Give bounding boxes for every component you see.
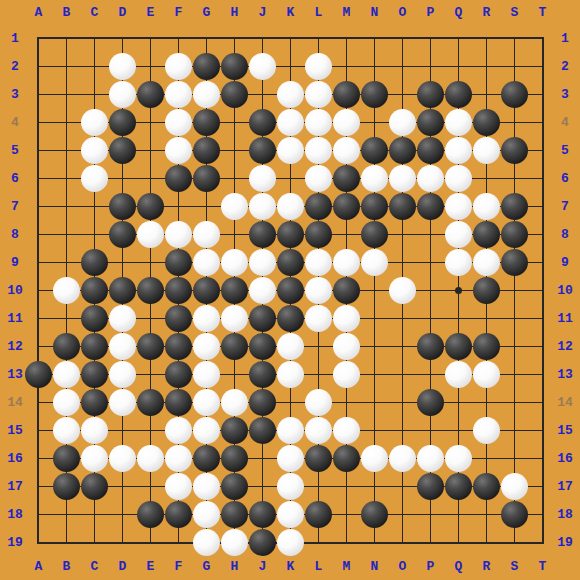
stone-black-D10 bbox=[109, 277, 136, 304]
column-label-top: E bbox=[138, 5, 164, 21]
row-label-right: 10 bbox=[552, 283, 578, 299]
stone-black-F11 bbox=[165, 305, 192, 332]
stone-black-H3 bbox=[221, 81, 248, 108]
row-label-right: 1 bbox=[552, 31, 578, 47]
row-label-right: 18 bbox=[552, 507, 578, 523]
stone-black-H15 bbox=[221, 417, 248, 444]
column-label-bottom: A bbox=[26, 559, 52, 575]
column-label-bottom: R bbox=[474, 559, 500, 575]
stone-white-E16 bbox=[137, 445, 164, 472]
stone-black-B16 bbox=[53, 445, 80, 472]
stone-white-Q5 bbox=[445, 137, 472, 164]
stone-black-F9 bbox=[165, 249, 192, 276]
row-label-left: 15 bbox=[2, 423, 28, 439]
stone-white-L2 bbox=[305, 53, 332, 80]
column-label-bottom: J bbox=[250, 559, 276, 575]
column-label-bottom: F bbox=[166, 559, 192, 575]
column-label-bottom: D bbox=[110, 559, 136, 575]
column-label-top: A bbox=[26, 5, 52, 21]
stone-white-C16 bbox=[81, 445, 108, 472]
row-label-left: 6 bbox=[2, 171, 28, 187]
stone-black-C13 bbox=[81, 361, 108, 388]
stone-white-D2 bbox=[109, 53, 136, 80]
stone-black-O5 bbox=[389, 137, 416, 164]
stone-white-D12 bbox=[109, 333, 136, 360]
stone-black-J4 bbox=[249, 109, 276, 136]
stone-black-J8 bbox=[249, 221, 276, 248]
stone-white-O4 bbox=[389, 109, 416, 136]
stone-white-J6 bbox=[249, 165, 276, 192]
stone-white-H14 bbox=[221, 389, 248, 416]
stone-white-K3 bbox=[277, 81, 304, 108]
stone-black-H18 bbox=[221, 501, 248, 528]
stone-white-J7 bbox=[249, 193, 276, 220]
stone-black-S18 bbox=[501, 501, 528, 528]
stone-white-Q16 bbox=[445, 445, 472, 472]
row-label-right: 13 bbox=[552, 367, 578, 383]
stone-white-R13 bbox=[473, 361, 500, 388]
stone-black-C11 bbox=[81, 305, 108, 332]
stone-black-J13 bbox=[249, 361, 276, 388]
column-label-bottom: Q bbox=[446, 559, 472, 575]
row-label-right: 8 bbox=[552, 227, 578, 243]
stone-black-J5 bbox=[249, 137, 276, 164]
stone-white-F15 bbox=[165, 417, 192, 444]
stone-black-B12 bbox=[53, 333, 80, 360]
stone-white-H11 bbox=[221, 305, 248, 332]
row-label-right: 4 bbox=[552, 115, 578, 131]
stone-black-H2 bbox=[221, 53, 248, 80]
stone-black-P3 bbox=[417, 81, 444, 108]
row-label-left: 17 bbox=[2, 479, 28, 495]
stone-black-E10 bbox=[137, 277, 164, 304]
stone-black-Q17 bbox=[445, 473, 472, 500]
stone-black-E7 bbox=[137, 193, 164, 220]
stone-white-D11 bbox=[109, 305, 136, 332]
stone-white-O16 bbox=[389, 445, 416, 472]
stone-white-Q13 bbox=[445, 361, 472, 388]
stone-black-G6 bbox=[193, 165, 220, 192]
stone-white-Q7 bbox=[445, 193, 472, 220]
stone-black-G2 bbox=[193, 53, 220, 80]
stone-white-K13 bbox=[277, 361, 304, 388]
stone-black-F14 bbox=[165, 389, 192, 416]
stone-white-G17 bbox=[193, 473, 220, 500]
stone-black-L7 bbox=[305, 193, 332, 220]
stone-black-J15 bbox=[249, 417, 276, 444]
stone-black-A13 bbox=[25, 361, 52, 388]
row-label-right: 9 bbox=[552, 255, 578, 271]
row-label-right: 6 bbox=[552, 171, 578, 187]
stone-black-S8 bbox=[501, 221, 528, 248]
stone-white-J9 bbox=[249, 249, 276, 276]
stone-white-N16 bbox=[361, 445, 388, 472]
row-label-left: 14 bbox=[2, 395, 28, 411]
stone-white-K19 bbox=[277, 529, 304, 556]
stone-white-Q8 bbox=[445, 221, 472, 248]
column-label-top: J bbox=[250, 5, 276, 21]
stone-white-C5 bbox=[81, 137, 108, 164]
row-label-right: 5 bbox=[552, 143, 578, 159]
stone-black-N7 bbox=[361, 193, 388, 220]
stone-white-L4 bbox=[305, 109, 332, 136]
stone-black-D4 bbox=[109, 109, 136, 136]
column-label-top: B bbox=[54, 5, 80, 21]
column-label-bottom: B bbox=[54, 559, 80, 575]
column-label-top: D bbox=[110, 5, 136, 21]
stone-black-K8 bbox=[277, 221, 304, 248]
column-label-bottom: P bbox=[418, 559, 444, 575]
stone-black-F12 bbox=[165, 333, 192, 360]
go-board[interactable]: AABBCCDDEEFFGGHHJJKKLLMMNNOOPPQQRRSSTT11… bbox=[0, 0, 580, 580]
stone-white-D3 bbox=[109, 81, 136, 108]
stone-white-G13 bbox=[193, 361, 220, 388]
stone-black-G10 bbox=[193, 277, 220, 304]
stone-white-N9 bbox=[361, 249, 388, 276]
stone-black-Q3 bbox=[445, 81, 472, 108]
stone-white-D13 bbox=[109, 361, 136, 388]
stone-white-M5 bbox=[333, 137, 360, 164]
stone-black-K9 bbox=[277, 249, 304, 276]
stone-white-K12 bbox=[277, 333, 304, 360]
column-label-top: P bbox=[418, 5, 444, 21]
stone-black-D7 bbox=[109, 193, 136, 220]
stone-black-F6 bbox=[165, 165, 192, 192]
stone-black-C10 bbox=[81, 277, 108, 304]
stone-black-L18 bbox=[305, 501, 332, 528]
stone-black-K10 bbox=[277, 277, 304, 304]
stone-white-C4 bbox=[81, 109, 108, 136]
column-label-bottom: T bbox=[530, 559, 556, 575]
stone-black-P12 bbox=[417, 333, 444, 360]
row-label-left: 2 bbox=[2, 59, 28, 75]
row-label-right: 19 bbox=[552, 535, 578, 551]
row-label-right: 15 bbox=[552, 423, 578, 439]
stone-black-R12 bbox=[473, 333, 500, 360]
column-label-top: R bbox=[474, 5, 500, 21]
stone-white-J10 bbox=[249, 277, 276, 304]
stone-white-K18 bbox=[277, 501, 304, 528]
stone-black-S7 bbox=[501, 193, 528, 220]
stone-white-K4 bbox=[277, 109, 304, 136]
stone-white-K15 bbox=[277, 417, 304, 444]
stone-black-R8 bbox=[473, 221, 500, 248]
stone-black-J18 bbox=[249, 501, 276, 528]
stone-black-H12 bbox=[221, 333, 248, 360]
stone-black-F10 bbox=[165, 277, 192, 304]
stone-black-M6 bbox=[333, 165, 360, 192]
stone-black-C14 bbox=[81, 389, 108, 416]
row-label-left: 4 bbox=[2, 115, 28, 131]
stone-white-L15 bbox=[305, 417, 332, 444]
column-label-top: L bbox=[306, 5, 332, 21]
stone-black-S5 bbox=[501, 137, 528, 164]
column-label-top: M bbox=[334, 5, 360, 21]
stone-black-D5 bbox=[109, 137, 136, 164]
row-label-left: 10 bbox=[2, 283, 28, 299]
stone-white-P6 bbox=[417, 165, 444, 192]
stone-white-C15 bbox=[81, 417, 108, 444]
column-label-top: Q bbox=[446, 5, 472, 21]
column-label-top: K bbox=[278, 5, 304, 21]
row-label-right: 17 bbox=[552, 479, 578, 495]
stone-black-M3 bbox=[333, 81, 360, 108]
stone-black-S3 bbox=[501, 81, 528, 108]
stone-black-M7 bbox=[333, 193, 360, 220]
stone-white-B15 bbox=[53, 417, 80, 444]
stone-white-G8 bbox=[193, 221, 220, 248]
stone-white-B10 bbox=[53, 277, 80, 304]
stone-black-J14 bbox=[249, 389, 276, 416]
row-label-left: 5 bbox=[2, 143, 28, 159]
stone-black-P4 bbox=[417, 109, 444, 136]
column-label-bottom: O bbox=[390, 559, 416, 575]
stone-white-M13 bbox=[333, 361, 360, 388]
stone-black-C9 bbox=[81, 249, 108, 276]
row-label-left: 11 bbox=[2, 311, 28, 327]
row-label-left: 16 bbox=[2, 451, 28, 467]
stone-white-H9 bbox=[221, 249, 248, 276]
column-label-top: S bbox=[502, 5, 528, 21]
stone-white-K5 bbox=[277, 137, 304, 164]
stone-white-F4 bbox=[165, 109, 192, 136]
column-label-bottom: G bbox=[194, 559, 220, 575]
row-label-right: 3 bbox=[552, 87, 578, 103]
stone-black-N8 bbox=[361, 221, 388, 248]
stone-black-E18 bbox=[137, 501, 164, 528]
stone-white-F8 bbox=[165, 221, 192, 248]
row-label-left: 1 bbox=[2, 31, 28, 47]
stone-white-M9 bbox=[333, 249, 360, 276]
stone-black-H17 bbox=[221, 473, 248, 500]
stone-white-M11 bbox=[333, 305, 360, 332]
stone-black-P5 bbox=[417, 137, 444, 164]
row-label-left: 8 bbox=[2, 227, 28, 243]
stone-white-S17 bbox=[501, 473, 528, 500]
stone-black-N5 bbox=[361, 137, 388, 164]
stone-black-B17 bbox=[53, 473, 80, 500]
column-label-top: N bbox=[362, 5, 388, 21]
row-label-right: 2 bbox=[552, 59, 578, 75]
stone-white-F5 bbox=[165, 137, 192, 164]
stone-white-K7 bbox=[277, 193, 304, 220]
stone-black-O7 bbox=[389, 193, 416, 220]
column-label-top: C bbox=[82, 5, 108, 21]
stone-black-P7 bbox=[417, 193, 444, 220]
stone-black-N18 bbox=[361, 501, 388, 528]
row-label-right: 11 bbox=[552, 311, 578, 327]
stone-white-G11 bbox=[193, 305, 220, 332]
stone-white-F2 bbox=[165, 53, 192, 80]
stone-white-O6 bbox=[389, 165, 416, 192]
stone-white-K16 bbox=[277, 445, 304, 472]
stone-white-Q9 bbox=[445, 249, 472, 276]
stone-white-G18 bbox=[193, 501, 220, 528]
stone-black-F13 bbox=[165, 361, 192, 388]
stone-black-H10 bbox=[221, 277, 248, 304]
row-label-right: 14 bbox=[552, 395, 578, 411]
stone-white-L10 bbox=[305, 277, 332, 304]
stone-black-J11 bbox=[249, 305, 276, 332]
row-label-left: 12 bbox=[2, 339, 28, 355]
column-label-bottom: H bbox=[222, 559, 248, 575]
stone-white-N6 bbox=[361, 165, 388, 192]
stone-white-G14 bbox=[193, 389, 220, 416]
stone-black-Q12 bbox=[445, 333, 472, 360]
stone-black-G5 bbox=[193, 137, 220, 164]
stone-white-G3 bbox=[193, 81, 220, 108]
stone-white-O10 bbox=[389, 277, 416, 304]
column-label-bottom: M bbox=[334, 559, 360, 575]
stone-white-P16 bbox=[417, 445, 444, 472]
stone-white-Q6 bbox=[445, 165, 472, 192]
column-label-bottom: K bbox=[278, 559, 304, 575]
row-label-right: 16 bbox=[552, 451, 578, 467]
stone-white-M4 bbox=[333, 109, 360, 136]
stone-black-G4 bbox=[193, 109, 220, 136]
stone-white-L5 bbox=[305, 137, 332, 164]
stone-black-R4 bbox=[473, 109, 500, 136]
stone-white-G9 bbox=[193, 249, 220, 276]
stone-black-R10 bbox=[473, 277, 500, 304]
stone-black-P17 bbox=[417, 473, 444, 500]
stone-black-M16 bbox=[333, 445, 360, 472]
stone-white-H19 bbox=[221, 529, 248, 556]
stone-black-M10 bbox=[333, 277, 360, 304]
stone-white-L9 bbox=[305, 249, 332, 276]
column-label-top: G bbox=[194, 5, 220, 21]
stone-white-L14 bbox=[305, 389, 332, 416]
row-label-right: 12 bbox=[552, 339, 578, 355]
stone-white-G19 bbox=[193, 529, 220, 556]
stone-white-L6 bbox=[305, 165, 332, 192]
row-label-left: 19 bbox=[2, 535, 28, 551]
row-label-left: 9 bbox=[2, 255, 28, 271]
column-label-bottom: L bbox=[306, 559, 332, 575]
stone-white-R9 bbox=[473, 249, 500, 276]
stone-white-Q4 bbox=[445, 109, 472, 136]
row-label-right: 7 bbox=[552, 199, 578, 215]
column-label-bottom: C bbox=[82, 559, 108, 575]
stone-black-R17 bbox=[473, 473, 500, 500]
stone-black-E14 bbox=[137, 389, 164, 416]
column-label-top: T bbox=[530, 5, 556, 21]
row-label-left: 7 bbox=[2, 199, 28, 215]
row-label-left: 3 bbox=[2, 87, 28, 103]
stone-white-F3 bbox=[165, 81, 192, 108]
stone-black-J19 bbox=[249, 529, 276, 556]
stone-white-L3 bbox=[305, 81, 332, 108]
stone-white-F17 bbox=[165, 473, 192, 500]
stone-white-D16 bbox=[109, 445, 136, 472]
stone-black-S9 bbox=[501, 249, 528, 276]
stone-black-D8 bbox=[109, 221, 136, 248]
stone-white-L11 bbox=[305, 305, 332, 332]
column-label-top: H bbox=[222, 5, 248, 21]
column-label-bottom: E bbox=[138, 559, 164, 575]
column-label-top: O bbox=[390, 5, 416, 21]
stone-white-D14 bbox=[109, 389, 136, 416]
stone-white-K17 bbox=[277, 473, 304, 500]
stone-black-E3 bbox=[137, 81, 164, 108]
stone-black-N3 bbox=[361, 81, 388, 108]
stone-black-E12 bbox=[137, 333, 164, 360]
stone-white-F16 bbox=[165, 445, 192, 472]
stone-white-B13 bbox=[53, 361, 80, 388]
column-label-bottom: S bbox=[502, 559, 528, 575]
stone-white-R7 bbox=[473, 193, 500, 220]
stone-black-K11 bbox=[277, 305, 304, 332]
stone-black-C17 bbox=[81, 473, 108, 500]
stone-white-H7 bbox=[221, 193, 248, 220]
stone-white-C6 bbox=[81, 165, 108, 192]
stone-white-R15 bbox=[473, 417, 500, 444]
stone-white-M12 bbox=[333, 333, 360, 360]
row-label-left: 18 bbox=[2, 507, 28, 523]
stone-white-E8 bbox=[137, 221, 164, 248]
stone-black-C12 bbox=[81, 333, 108, 360]
column-label-bottom: N bbox=[362, 559, 388, 575]
column-label-top: F bbox=[166, 5, 192, 21]
stone-black-P14 bbox=[417, 389, 444, 416]
stone-white-M15 bbox=[333, 417, 360, 444]
stone-white-G12 bbox=[193, 333, 220, 360]
stone-black-L16 bbox=[305, 445, 332, 472]
star-point bbox=[455, 287, 462, 294]
stone-black-G16 bbox=[193, 445, 220, 472]
stone-black-J12 bbox=[249, 333, 276, 360]
stone-black-L8 bbox=[305, 221, 332, 248]
stone-white-R5 bbox=[473, 137, 500, 164]
stone-black-F18 bbox=[165, 501, 192, 528]
stone-white-G15 bbox=[193, 417, 220, 444]
stone-white-B14 bbox=[53, 389, 80, 416]
stone-white-J2 bbox=[249, 53, 276, 80]
stone-black-H16 bbox=[221, 445, 248, 472]
